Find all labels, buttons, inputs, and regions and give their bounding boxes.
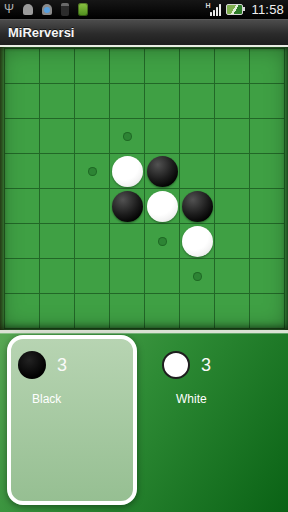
black-count: 3 [57, 355, 67, 376]
cell-h6[interactable] [250, 224, 285, 259]
black-score-row: 3 [18, 351, 133, 379]
white-count: 3 [201, 355, 211, 376]
network-type-label: H [205, 2, 210, 9]
cell-f4[interactable] [180, 154, 215, 189]
cell-g1[interactable] [215, 49, 250, 84]
cell-f3[interactable] [180, 119, 215, 154]
cell-c1[interactable] [75, 49, 110, 84]
cell-a6[interactable] [5, 224, 40, 259]
adb-debug-icon [42, 4, 52, 15]
cell-b2[interactable] [40, 84, 75, 119]
cell-d2[interactable] [110, 84, 145, 119]
cell-b5[interactable] [40, 189, 75, 224]
game-board [0, 45, 288, 333]
cell-d7[interactable] [110, 259, 145, 294]
cell-c7[interactable] [75, 259, 110, 294]
cell-b6[interactable] [40, 224, 75, 259]
black-label: Black [32, 392, 133, 406]
cell-c3[interactable] [75, 119, 110, 154]
white-score-row: 3 [162, 351, 281, 379]
cell-f7[interactable] [180, 259, 215, 294]
battery-icon [226, 4, 243, 15]
cell-f2[interactable] [180, 84, 215, 119]
cell-c6[interactable] [75, 224, 110, 259]
legal-move-hint-icon [123, 132, 132, 141]
cell-c8[interactable] [75, 294, 110, 329]
black-score-card: 3 Black [7, 335, 137, 505]
legal-move-hint-icon [88, 167, 97, 176]
cell-h2[interactable] [250, 84, 285, 119]
cell-d8[interactable] [110, 294, 145, 329]
cell-g3[interactable] [215, 119, 250, 154]
signal-strength-icon: H [205, 3, 221, 17]
app-title: MiRerversi [8, 25, 74, 40]
cell-h1[interactable] [250, 49, 285, 84]
cell-h8[interactable] [250, 294, 285, 329]
cell-a5[interactable] [5, 189, 40, 224]
clock-text: 11:58 [251, 2, 284, 17]
white-piece [112, 156, 143, 187]
cell-b1[interactable] [40, 49, 75, 84]
white-label: White [176, 392, 281, 406]
status-icons-right: H 11:58 [205, 2, 284, 17]
black-disc-icon [18, 351, 46, 379]
board-grid [4, 48, 285, 329]
cell-g6[interactable] [215, 224, 250, 259]
white-score-card: 3 White [151, 335, 281, 505]
cell-f8[interactable] [180, 294, 215, 329]
cell-g7[interactable] [215, 259, 250, 294]
cell-b4[interactable] [40, 154, 75, 189]
android-robot-icon [23, 4, 33, 15]
cell-b3[interactable] [40, 119, 75, 154]
score-panel: 3 Black 3 White [0, 333, 288, 512]
cell-e6[interactable] [145, 224, 180, 259]
cell-h7[interactable] [250, 259, 285, 294]
cell-e2[interactable] [145, 84, 180, 119]
cell-a3[interactable] [5, 119, 40, 154]
cell-h4[interactable] [250, 154, 285, 189]
cell-c5[interactable] [75, 189, 110, 224]
legal-move-hint-icon [158, 237, 167, 246]
title-bar: MiRerversi [0, 19, 288, 45]
cell-b8[interactable] [40, 294, 75, 329]
black-piece [147, 156, 178, 187]
black-piece [112, 191, 143, 222]
cell-g4[interactable] [215, 154, 250, 189]
storage-icon [61, 3, 69, 16]
status-icons-left: Ψ [4, 3, 88, 16]
cell-h3[interactable] [250, 119, 285, 154]
status-bar: Ψ H 11:58 [0, 0, 288, 19]
cell-d1[interactable] [110, 49, 145, 84]
cell-e8[interactable] [145, 294, 180, 329]
cell-d3[interactable] [110, 119, 145, 154]
cell-e3[interactable] [145, 119, 180, 154]
legal-move-hint-icon [193, 272, 202, 281]
cell-d5[interactable] [110, 189, 145, 224]
cell-a4[interactable] [5, 154, 40, 189]
white-piece [182, 226, 213, 257]
cell-d4[interactable] [110, 154, 145, 189]
cell-c2[interactable] [75, 84, 110, 119]
cell-e5[interactable] [145, 189, 180, 224]
cell-a2[interactable] [5, 84, 40, 119]
cell-a1[interactable] [5, 49, 40, 84]
screen: Ψ H 11:58 MiRerversi 3 Black [0, 0, 288, 512]
battery-green-icon [78, 3, 88, 16]
cell-g5[interactable] [215, 189, 250, 224]
cell-d6[interactable] [110, 224, 145, 259]
cell-f6[interactable] [180, 224, 215, 259]
cell-e4[interactable] [145, 154, 180, 189]
cell-a8[interactable] [5, 294, 40, 329]
usb-icon: Ψ [4, 3, 14, 15]
cell-f1[interactable] [180, 49, 215, 84]
cell-g2[interactable] [215, 84, 250, 119]
white-disc-icon [162, 351, 190, 379]
white-piece [147, 191, 178, 222]
cell-e1[interactable] [145, 49, 180, 84]
cell-f5[interactable] [180, 189, 215, 224]
cell-b7[interactable] [40, 259, 75, 294]
cell-h5[interactable] [250, 189, 285, 224]
cell-g8[interactable] [215, 294, 250, 329]
cell-c4[interactable] [75, 154, 110, 189]
cell-e7[interactable] [145, 259, 180, 294]
black-piece [182, 191, 213, 222]
cell-a7[interactable] [5, 259, 40, 294]
